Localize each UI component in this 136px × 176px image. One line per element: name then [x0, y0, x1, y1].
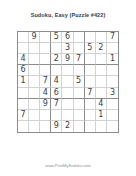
cell-r8c9: [107, 110, 118, 121]
cell-r9c6: [74, 121, 85, 132]
cell-r4c3: [40, 65, 51, 76]
cell-r4c9: [107, 65, 118, 76]
cell-r8c6: [74, 110, 85, 121]
cell-r5c7: [85, 76, 96, 87]
cell-r4c1: 6: [18, 65, 29, 76]
cell-r2c8: 2: [96, 43, 107, 54]
cell-r2c3: [40, 43, 51, 54]
sudoku-board: 9567352429716174546739747192: [17, 31, 119, 133]
cell-r7c3: 9: [40, 99, 51, 110]
cell-r8c2: [29, 110, 40, 121]
cell-r7c7: [85, 99, 96, 110]
cell-r6c5: [62, 88, 73, 99]
cell-r6c8: [96, 88, 107, 99]
cell-r4c4: [51, 65, 62, 76]
cell-r9c8: [96, 121, 107, 132]
cell-r9c5: 2: [62, 121, 73, 132]
cell-r7c2: [29, 99, 40, 110]
cell-r9c1: [18, 121, 29, 132]
cell-r8c1: 7: [18, 110, 29, 121]
cell-r1c4: 5: [51, 32, 62, 43]
cell-r5c8: [96, 76, 107, 87]
cell-r2c2: [29, 43, 40, 54]
cell-r5c2: [29, 76, 40, 87]
cell-r5c4: 4: [51, 76, 62, 87]
cell-r1c8: [96, 32, 107, 43]
cell-r7c5: [62, 99, 73, 110]
cell-r5c3: 7: [40, 76, 51, 87]
sudoku-page: Sudoku, Easy (Puzzle #422) 9567352429716…: [0, 0, 136, 176]
cell-r2c4: [51, 43, 62, 54]
cell-r7c4: 7: [51, 99, 62, 110]
cell-r7c6: [74, 99, 85, 110]
cell-r3c3: [40, 54, 51, 65]
cell-r2c6: [74, 43, 85, 54]
cell-r2c7: 5: [85, 43, 96, 54]
cell-r2c5: 3: [62, 43, 73, 54]
cell-r9c7: [85, 121, 96, 132]
cell-r6c1: [18, 88, 29, 99]
cell-r3c9: 1: [107, 54, 118, 65]
cell-r3c1: 4: [18, 54, 29, 65]
cell-r7c9: [107, 99, 118, 110]
cell-r1c2: 9: [29, 32, 40, 43]
cell-r3c4: 2: [51, 54, 62, 65]
cell-r5c1: 1: [18, 76, 29, 87]
cell-r8c8: 1: [96, 110, 107, 121]
cell-r4c7: [85, 65, 96, 76]
cell-r8c7: [85, 110, 96, 121]
cell-r6c6: [74, 88, 85, 99]
footer-url: www.PrintMySudoku.com: [0, 163, 136, 168]
cell-r4c6: [74, 65, 85, 76]
cell-r6c3: 4: [40, 88, 51, 99]
cell-r2c9: [107, 43, 118, 54]
cell-r1c7: [85, 32, 96, 43]
cell-r9c2: [29, 121, 40, 132]
cell-r5c6: 5: [74, 76, 85, 87]
cell-r6c4: 6: [51, 88, 62, 99]
cell-r3c8: [96, 54, 107, 65]
cell-r3c2: [29, 54, 40, 65]
cell-r5c5: [62, 76, 73, 87]
cell-r7c8: 4: [96, 99, 107, 110]
cell-r6c9: 3: [107, 88, 118, 99]
cell-r8c3: [40, 110, 51, 121]
cell-r3c5: 9: [62, 54, 73, 65]
cell-r1c6: [74, 32, 85, 43]
cell-r8c4: [51, 110, 62, 121]
cell-r2c1: [18, 43, 29, 54]
cell-r9c4: 9: [51, 121, 62, 132]
cell-r6c2: [29, 88, 40, 99]
cell-r9c9: [107, 121, 118, 132]
cell-r1c5: 6: [62, 32, 73, 43]
cell-r6c7: 7: [85, 88, 96, 99]
cell-r3c7: [85, 54, 96, 65]
cell-r3c6: 7: [74, 54, 85, 65]
cell-r8c5: [62, 110, 73, 121]
cell-r5c9: [107, 76, 118, 87]
cell-r4c2: [29, 65, 40, 76]
cell-r1c9: 7: [107, 32, 118, 43]
cell-r1c1: [18, 32, 29, 43]
puzzle-title: Sudoku, Easy (Puzzle #422): [0, 12, 136, 18]
cell-r1c3: [40, 32, 51, 43]
cell-r4c5: [62, 65, 73, 76]
cell-r9c3: [40, 121, 51, 132]
cell-r7c1: [18, 99, 29, 110]
cell-r4c8: [96, 65, 107, 76]
